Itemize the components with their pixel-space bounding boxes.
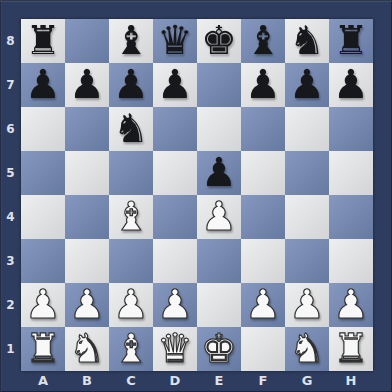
square-h5[interactable] xyxy=(329,151,373,195)
black-pawn-b7[interactable]: ♟ xyxy=(69,64,105,104)
rank-labels: 87654321 xyxy=(0,19,21,371)
white-queen-d1[interactable]: ♛ xyxy=(157,328,193,368)
square-e2[interactable] xyxy=(197,283,241,327)
black-bishop-f8[interactable]: ♝ xyxy=(245,20,281,60)
square-d3[interactable] xyxy=(153,239,197,283)
black-knight-c6[interactable]: ♞ xyxy=(113,108,149,148)
square-f2[interactable]: ♟ xyxy=(241,283,285,327)
square-h1[interactable]: ♜ xyxy=(329,327,373,371)
square-g1[interactable]: ♞ xyxy=(285,327,329,371)
square-h2[interactable]: ♟ xyxy=(329,283,373,327)
square-d6[interactable] xyxy=(153,107,197,151)
black-bishop-c8[interactable]: ♝ xyxy=(113,20,149,60)
square-h4[interactable] xyxy=(329,195,373,239)
square-c5[interactable] xyxy=(109,151,153,195)
rank-label-4: 4 xyxy=(0,195,21,239)
square-g7[interactable]: ♟ xyxy=(285,63,329,107)
rank-label-3: 3 xyxy=(0,239,21,283)
white-pawn-e4[interactable]: ♟ xyxy=(201,196,237,236)
file-label-h: H xyxy=(329,371,373,392)
black-knight-g8[interactable]: ♞ xyxy=(289,20,325,60)
file-labels: ABCDEFGH xyxy=(21,371,373,392)
white-pawn-h2[interactable]: ♟ xyxy=(333,284,369,324)
square-e1[interactable]: ♚ xyxy=(197,327,241,371)
square-g3[interactable] xyxy=(285,239,329,283)
square-g4[interactable] xyxy=(285,195,329,239)
white-pawn-f2[interactable]: ♟ xyxy=(245,284,281,324)
square-f7[interactable]: ♟ xyxy=(241,63,285,107)
square-f8[interactable]: ♝ xyxy=(241,19,285,63)
square-f5[interactable] xyxy=(241,151,285,195)
square-f1[interactable] xyxy=(241,327,285,371)
chess-board: ♜♝♛♚♝♞♜♟♟♟♟♟♟♟♞♟♝♟♟♟♟♟♟♟♟♜♞♝♛♚♞♜ xyxy=(21,19,373,371)
white-bishop-c4[interactable]: ♝ xyxy=(113,196,149,236)
square-h8[interactable]: ♜ xyxy=(329,19,373,63)
file-label-e: E xyxy=(197,371,241,392)
square-a3[interactable] xyxy=(21,239,65,283)
square-a4[interactable] xyxy=(21,195,65,239)
square-f4[interactable] xyxy=(241,195,285,239)
square-b1[interactable]: ♞ xyxy=(65,327,109,371)
square-h7[interactable]: ♟ xyxy=(329,63,373,107)
rank-label-2: 2 xyxy=(0,283,21,327)
white-rook-h1[interactable]: ♜ xyxy=(333,328,369,368)
black-pawn-d7[interactable]: ♟ xyxy=(157,64,193,104)
black-pawn-e5[interactable]: ♟ xyxy=(201,152,237,192)
square-c8[interactable]: ♝ xyxy=(109,19,153,63)
black-king-e8[interactable]: ♚ xyxy=(201,20,237,60)
file-label-g: G xyxy=(285,371,329,392)
square-a5[interactable] xyxy=(21,151,65,195)
rank-label-1: 1 xyxy=(0,327,21,371)
square-c6[interactable]: ♞ xyxy=(109,107,153,151)
black-queen-d8[interactable]: ♛ xyxy=(157,20,193,60)
square-d5[interactable] xyxy=(153,151,197,195)
black-rook-h8[interactable]: ♜ xyxy=(333,20,369,60)
square-g2[interactable]: ♟ xyxy=(285,283,329,327)
square-c4[interactable]: ♝ xyxy=(109,195,153,239)
black-pawn-c7[interactable]: ♟ xyxy=(113,64,149,104)
square-b2[interactable]: ♟ xyxy=(65,283,109,327)
white-knight-g1[interactable]: ♞ xyxy=(289,328,325,368)
black-pawn-f7[interactable]: ♟ xyxy=(245,64,281,104)
square-d7[interactable]: ♟ xyxy=(153,63,197,107)
square-d4[interactable] xyxy=(153,195,197,239)
square-e7[interactable] xyxy=(197,63,241,107)
square-f6[interactable] xyxy=(241,107,285,151)
square-b6[interactable] xyxy=(65,107,109,151)
rank-label-5: 5 xyxy=(0,151,21,195)
square-c2[interactable]: ♟ xyxy=(109,283,153,327)
square-h3[interactable] xyxy=(329,239,373,283)
file-label-b: B xyxy=(65,371,109,392)
file-label-f: F xyxy=(241,371,285,392)
rank-label-6: 6 xyxy=(0,107,21,151)
square-g8[interactable]: ♞ xyxy=(285,19,329,63)
white-pawn-b2[interactable]: ♟ xyxy=(69,284,105,324)
file-label-a: A xyxy=(21,371,65,392)
rank-label-7: 7 xyxy=(0,63,21,107)
square-e4[interactable]: ♟ xyxy=(197,195,241,239)
square-a2[interactable]: ♟ xyxy=(21,283,65,327)
square-a1[interactable]: ♜ xyxy=(21,327,65,371)
file-label-c: C xyxy=(109,371,153,392)
square-b5[interactable] xyxy=(65,151,109,195)
square-g5[interactable] xyxy=(285,151,329,195)
square-g6[interactable] xyxy=(285,107,329,151)
square-d2[interactable]: ♟ xyxy=(153,283,197,327)
black-pawn-h7[interactable]: ♟ xyxy=(333,64,369,104)
chess-board-widget: ♜♝♛♚♝♞♜♟♟♟♟♟♟♟♞♟♝♟♟♟♟♟♟♟♟♜♞♝♛♚♞♜ 8765432… xyxy=(0,0,392,392)
square-b8[interactable] xyxy=(65,19,109,63)
square-b7[interactable]: ♟ xyxy=(65,63,109,107)
black-rook-a8[interactable]: ♜ xyxy=(25,20,61,60)
square-e8[interactable]: ♚ xyxy=(197,19,241,63)
black-pawn-g7[interactable]: ♟ xyxy=(289,64,325,104)
white-pawn-d2[interactable]: ♟ xyxy=(157,284,193,324)
square-c3[interactable] xyxy=(109,239,153,283)
square-a6[interactable] xyxy=(21,107,65,151)
square-d8[interactable]: ♛ xyxy=(153,19,197,63)
square-d1[interactable]: ♛ xyxy=(153,327,197,371)
square-e3[interactable] xyxy=(197,239,241,283)
white-pawn-g2[interactable]: ♟ xyxy=(289,284,325,324)
square-e5[interactable]: ♟ xyxy=(197,151,241,195)
black-pawn-a7[interactable]: ♟ xyxy=(25,64,61,104)
rank-label-8: 8 xyxy=(0,19,21,63)
square-b3[interactable] xyxy=(65,239,109,283)
white-bishop-c1[interactable]: ♝ xyxy=(113,328,149,368)
square-h6[interactable] xyxy=(329,107,373,151)
square-e6[interactable] xyxy=(197,107,241,151)
square-c1[interactable]: ♝ xyxy=(109,327,153,371)
square-f3[interactable] xyxy=(241,239,285,283)
white-knight-b1[interactable]: ♞ xyxy=(69,328,105,368)
square-a8[interactable]: ♜ xyxy=(21,19,65,63)
file-label-d: D xyxy=(153,371,197,392)
white-rook-a1[interactable]: ♜ xyxy=(25,328,61,368)
white-king-e1[interactable]: ♚ xyxy=(201,328,237,368)
square-c7[interactable]: ♟ xyxy=(109,63,153,107)
square-b4[interactable] xyxy=(65,195,109,239)
square-a7[interactable]: ♟ xyxy=(21,63,65,107)
white-pawn-a2[interactable]: ♟ xyxy=(25,284,61,324)
white-pawn-c2[interactable]: ♟ xyxy=(113,284,149,324)
